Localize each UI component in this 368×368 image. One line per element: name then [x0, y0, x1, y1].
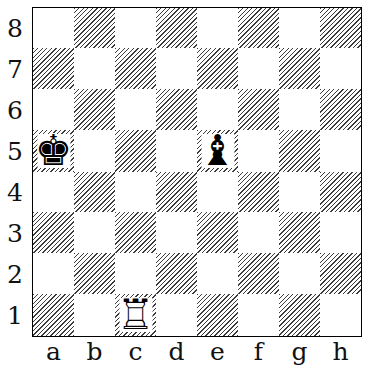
square-d1 [156, 294, 197, 336]
square-h4 [320, 172, 361, 213]
square-h1 [320, 294, 361, 336]
square-e6 [197, 89, 238, 130]
square-g1 [279, 294, 320, 336]
square-d6 [156, 89, 197, 130]
square-f3 [238, 212, 279, 253]
square-h8 [320, 8, 361, 49]
square-e8 [197, 8, 238, 49]
square-c4 [115, 172, 156, 213]
square-d5 [156, 130, 197, 172]
square-f5 [238, 130, 279, 172]
square-d4 [156, 172, 197, 213]
square-a5: ♚ [33, 130, 74, 172]
square-e3 [197, 212, 238, 253]
square-a2 [33, 253, 74, 294]
square-c2 [115, 253, 156, 294]
square-d8 [156, 8, 197, 49]
square-b8 [74, 8, 115, 49]
square-b3 [74, 212, 115, 253]
chess-board: ♚♝♖ [32, 7, 362, 337]
file-label-f: f [238, 336, 279, 366]
square-h5 [320, 130, 361, 172]
rank-label-8: 8 [0, 8, 30, 49]
square-f2 [238, 253, 279, 294]
square-f7 [238, 48, 279, 89]
square-b2 [74, 253, 115, 294]
file-label-b: b [74, 336, 115, 366]
black-bishop-e5: ♝ [199, 130, 237, 172]
file-label-g: g [279, 336, 320, 366]
square-a7 [33, 48, 74, 89]
square-g6 [279, 89, 320, 130]
square-g8 [279, 8, 320, 49]
square-f4 [238, 172, 279, 213]
square-a4 [33, 172, 74, 213]
square-h6 [320, 89, 361, 130]
square-a3 [33, 212, 74, 253]
square-c8 [115, 8, 156, 49]
rank-labels: 87654321 [0, 8, 30, 336]
white-rook-c1: ♖ [117, 294, 155, 336]
square-b4 [74, 172, 115, 213]
square-e4 [197, 172, 238, 213]
square-c7 [115, 48, 156, 89]
rank-label-1: 1 [0, 295, 30, 336]
file-label-d: d [156, 336, 197, 366]
square-b7 [74, 48, 115, 89]
rank-label-3: 3 [0, 213, 30, 254]
square-b5 [74, 130, 115, 172]
square-h2 [320, 253, 361, 294]
square-g7 [279, 48, 320, 89]
square-d3 [156, 212, 197, 253]
square-c1: ♖ [115, 294, 156, 336]
file-label-c: c [115, 336, 156, 366]
rank-label-6: 6 [0, 90, 30, 131]
square-f1 [238, 294, 279, 336]
square-c6 [115, 89, 156, 130]
rank-label-5: 5 [0, 131, 30, 172]
square-g5 [279, 130, 320, 172]
square-d7 [156, 48, 197, 89]
square-b6 [74, 89, 115, 130]
square-e2 [197, 253, 238, 294]
square-f6 [238, 89, 279, 130]
square-g3 [279, 212, 320, 253]
square-f8 [238, 8, 279, 49]
file-labels: abcdefgh [33, 336, 361, 366]
file-label-a: a [33, 336, 74, 366]
square-e7 [197, 48, 238, 89]
black-king-a5: ♚ [35, 130, 73, 172]
square-d2 [156, 253, 197, 294]
square-a1 [33, 294, 74, 336]
square-c3 [115, 212, 156, 253]
rank-label-7: 7 [0, 49, 30, 90]
square-h3 [320, 212, 361, 253]
square-e1 [197, 294, 238, 336]
square-c5 [115, 130, 156, 172]
rank-label-4: 4 [0, 172, 30, 213]
square-g4 [279, 172, 320, 213]
chess-diagram: 87654321 ♚♝♖ abcdefgh [0, 0, 368, 368]
rank-label-2: 2 [0, 254, 30, 295]
square-b1 [74, 294, 115, 336]
square-g2 [279, 253, 320, 294]
square-a6 [33, 89, 74, 130]
file-label-h: h [320, 336, 361, 366]
square-h7 [320, 48, 361, 89]
square-e5: ♝ [197, 130, 238, 172]
square-a8 [33, 8, 74, 49]
file-label-e: e [197, 336, 238, 366]
